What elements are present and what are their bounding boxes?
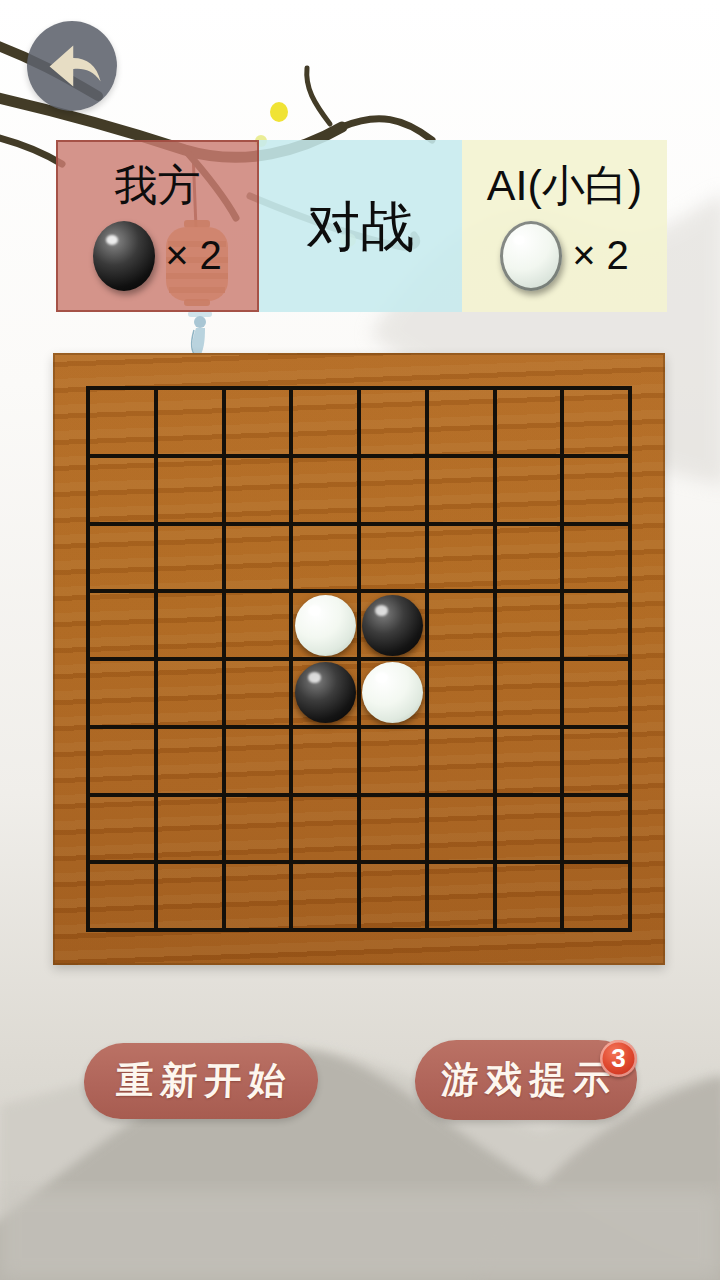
white-disc — [362, 662, 423, 723]
board-cell-d4[interactable] — [291, 591, 359, 659]
board-cell-e5[interactable] — [359, 659, 427, 727]
board-cell-c6[interactable] — [224, 727, 292, 795]
versus-label: 对战 — [307, 195, 415, 257]
board-cell-d7[interactable] — [291, 795, 359, 863]
board-cell-h3[interactable] — [562, 524, 630, 592]
board-cell-c8[interactable] — [224, 862, 292, 930]
othello-board — [53, 353, 665, 965]
restart-button[interactable]: 重新开始 — [83, 1043, 320, 1119]
board-cell-b2[interactable] — [156, 456, 224, 524]
board-cell-d8[interactable] — [291, 862, 359, 930]
board-cell-a8[interactable] — [88, 862, 156, 930]
board-cell-b3[interactable] — [156, 524, 224, 592]
board-cell-g4[interactable] — [495, 591, 563, 659]
scoreboard: 我方 × 2 对战 AI(小白) × 2 — [56, 140, 667, 312]
ai-count: × 2 — [572, 233, 629, 278]
board-cell-h6[interactable] — [562, 727, 630, 795]
ai-panel: AI(小白) × 2 — [462, 140, 667, 312]
board-cell-e4[interactable] — [359, 591, 427, 659]
board-cell-b4[interactable] — [156, 591, 224, 659]
board-cell-h8[interactable] — [562, 862, 630, 930]
board-cell-c2[interactable] — [224, 456, 292, 524]
board-cell-a7[interactable] — [88, 795, 156, 863]
flower-bud — [270, 102, 288, 122]
board-cell-c3[interactable] — [224, 524, 292, 592]
board-cell-b6[interactable] — [156, 727, 224, 795]
board-cell-f3[interactable] — [427, 524, 495, 592]
ai-label: AI(小白) — [487, 161, 642, 210]
versus-panel: 对战 — [259, 140, 462, 312]
board-cell-h5[interactable] — [562, 659, 630, 727]
board-cell-a3[interactable] — [88, 524, 156, 592]
board-cell-d5[interactable] — [291, 659, 359, 727]
board-cell-h2[interactable] — [562, 456, 630, 524]
white-disc — [295, 595, 356, 656]
ai-score-row: × 2 — [500, 221, 629, 291]
board-cell-b5[interactable] — [156, 659, 224, 727]
board-cell-b1[interactable] — [156, 388, 224, 456]
board-cell-e6[interactable] — [359, 727, 427, 795]
board-cell-f8[interactable] — [427, 862, 495, 930]
board-cell-f5[interactable] — [427, 659, 495, 727]
board-cell-h7[interactable] — [562, 795, 630, 863]
hint-count-badge: 3 — [600, 1040, 637, 1077]
white-stone-icon — [500, 221, 562, 291]
player-count: × 2 — [165, 233, 222, 278]
black-disc — [362, 595, 423, 656]
board-cell-b8[interactable] — [156, 862, 224, 930]
board-cell-a2[interactable] — [88, 456, 156, 524]
board-grid — [86, 386, 632, 932]
tassel-decoration — [188, 311, 212, 359]
board-cell-h1[interactable] — [562, 388, 630, 456]
board-cell-g7[interactable] — [495, 795, 563, 863]
back-button[interactable] — [27, 21, 117, 111]
player-score-row: × 2 — [93, 221, 222, 291]
board-cell-f6[interactable] — [427, 727, 495, 795]
player-panel: 我方 × 2 — [56, 140, 259, 312]
board-cell-g3[interactable] — [495, 524, 563, 592]
board-cell-e2[interactable] — [359, 456, 427, 524]
board-cell-c5[interactable] — [224, 659, 292, 727]
board-cell-g5[interactable] — [495, 659, 563, 727]
board-cell-c4[interactable] — [224, 591, 292, 659]
board-cell-d1[interactable] — [291, 388, 359, 456]
player-label: 我方 — [115, 161, 201, 210]
bottom-mist — [0, 1190, 720, 1280]
board-cell-f7[interactable] — [427, 795, 495, 863]
back-arrow-icon — [39, 38, 105, 94]
board-cell-g8[interactable] — [495, 862, 563, 930]
board-cell-e3[interactable] — [359, 524, 427, 592]
black-disc — [295, 662, 356, 723]
board-cell-c1[interactable] — [224, 388, 292, 456]
board-cell-d6[interactable] — [291, 727, 359, 795]
board-cell-h4[interactable] — [562, 591, 630, 659]
board-cell-b7[interactable] — [156, 795, 224, 863]
board-cell-e1[interactable] — [359, 388, 427, 456]
board-cell-a1[interactable] — [88, 388, 156, 456]
board-cell-g1[interactable] — [495, 388, 563, 456]
board-cell-a6[interactable] — [88, 727, 156, 795]
game-screen: 我方 × 2 对战 AI(小白) × 2 重新开始 游戏提示 3 — [0, 0, 720, 1280]
board-cell-f2[interactable] — [427, 456, 495, 524]
board-cell-e7[interactable] — [359, 795, 427, 863]
board-cell-c7[interactable] — [224, 795, 292, 863]
board-cell-a4[interactable] — [88, 591, 156, 659]
board-cell-f4[interactable] — [427, 591, 495, 659]
board-cell-g2[interactable] — [495, 456, 563, 524]
board-cell-e8[interactable] — [359, 862, 427, 930]
board-cell-f1[interactable] — [427, 388, 495, 456]
board-cell-d2[interactable] — [291, 456, 359, 524]
board-cell-g6[interactable] — [495, 727, 563, 795]
board-cell-a5[interactable] — [88, 659, 156, 727]
board-cell-d3[interactable] — [291, 524, 359, 592]
black-stone-icon — [93, 221, 155, 291]
